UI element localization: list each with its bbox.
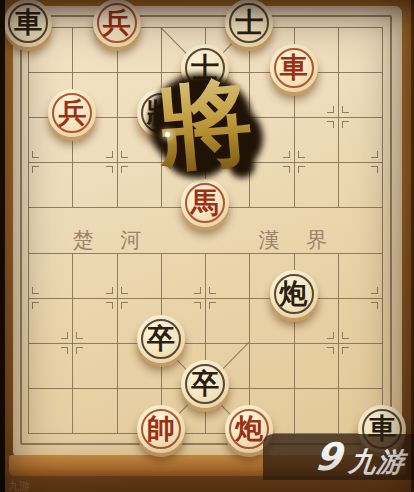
point-marker	[327, 332, 334, 339]
piece-character: 卒	[147, 325, 175, 353]
piece-black-soldier[interactable]: 卒	[137, 315, 185, 363]
point-marker	[32, 151, 39, 158]
point-marker	[371, 302, 378, 309]
jiuyou-logo-icon: 9	[313, 436, 344, 478]
point-marker	[327, 121, 334, 128]
piece-red-soldier[interactable]: 兵	[93, 0, 141, 47]
point-marker	[32, 302, 39, 309]
river-label-right: 漢 界	[238, 226, 358, 254]
screen-edge-left	[0, 0, 5, 492]
check-announcement-badge: 將	[141, 68, 269, 182]
point-marker	[121, 287, 128, 294]
point-marker	[61, 332, 68, 339]
piece-character: 馬	[191, 189, 219, 217]
point-marker	[209, 287, 216, 294]
point-marker	[342, 332, 349, 339]
piece-red-general[interactable]: 帥	[137, 405, 185, 453]
point-marker	[76, 347, 83, 354]
point-marker	[194, 302, 201, 309]
piece-character: 炮	[280, 280, 308, 308]
point-marker	[106, 302, 113, 309]
check-badge-character: 將	[145, 65, 266, 182]
point-marker	[32, 166, 39, 173]
point-marker	[371, 287, 378, 294]
point-marker	[121, 302, 128, 309]
river-label-left: 楚 河	[52, 226, 172, 254]
piece-character: 帥	[147, 415, 175, 443]
point-marker	[106, 287, 113, 294]
point-marker	[342, 106, 349, 113]
point-marker	[194, 287, 201, 294]
point-marker	[106, 166, 113, 173]
point-marker	[342, 347, 349, 354]
point-marker	[106, 151, 113, 158]
point-marker	[371, 151, 378, 158]
jiuyou-logo-text: 九游	[347, 444, 407, 480]
piece-character: 車	[14, 9, 42, 37]
point-marker	[209, 302, 216, 309]
point-marker	[283, 166, 290, 173]
piece-character: 卒	[191, 370, 219, 398]
watermark-box: 9 九游	[263, 434, 414, 480]
point-marker	[298, 166, 305, 173]
point-marker	[121, 166, 128, 173]
piece-black-chariot[interactable]: 車	[4, 0, 52, 47]
sparkle-effect	[165, 132, 170, 137]
point-marker	[76, 332, 83, 339]
point-marker	[61, 347, 68, 354]
piece-character: 炮	[235, 415, 263, 443]
point-marker	[371, 166, 378, 173]
point-marker	[327, 347, 334, 354]
point-marker	[121, 151, 128, 158]
point-marker	[283, 151, 290, 158]
point-marker	[342, 121, 349, 128]
piece-character: 車	[280, 54, 308, 82]
piece-black-soldier[interactable]: 卒	[181, 360, 229, 408]
point-marker	[327, 106, 334, 113]
piece-red-chariot[interactable]: 車	[270, 44, 318, 92]
xiangqi-game-screen: 楚 河 漢 界 車兵士士車兵將馬炮卒卒帥炮車 將 9 九游 九游	[0, 0, 414, 492]
piece-character: 兵	[58, 99, 86, 127]
corner-watermark-text: 九游	[8, 479, 30, 492]
piece-character: 兵	[103, 9, 131, 37]
piece-character: 士	[235, 9, 263, 37]
point-marker	[32, 287, 39, 294]
point-marker	[298, 151, 305, 158]
piece-black-cannon[interactable]: 炮	[270, 270, 318, 318]
